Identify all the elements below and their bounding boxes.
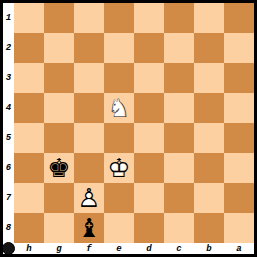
square-d8[interactable]: [134, 213, 164, 243]
file-label-g: g: [44, 243, 74, 254]
square-b6[interactable]: [194, 153, 224, 183]
square-d5[interactable]: [134, 123, 164, 153]
square-a4[interactable]: [224, 93, 254, 123]
square-e2[interactable]: [104, 33, 134, 63]
square-h2[interactable]: [14, 33, 44, 63]
black-king-icon: ♚: [44, 153, 74, 183]
square-d7[interactable]: [134, 183, 164, 213]
square-f8[interactable]: ♝: [74, 213, 104, 243]
file-label-a: a: [224, 243, 254, 254]
square-g7[interactable]: [44, 183, 74, 213]
square-e6[interactable]: ♚♔: [104, 153, 134, 183]
square-c7[interactable]: [164, 183, 194, 213]
square-d6[interactable]: [134, 153, 164, 183]
square-b3[interactable]: [194, 63, 224, 93]
square-f3[interactable]: [74, 63, 104, 93]
square-g3[interactable]: [44, 63, 74, 93]
rank-label-6: 6: [3, 153, 14, 183]
square-d1[interactable]: [134, 3, 164, 33]
rank-label-3: 3: [3, 63, 14, 93]
square-b7[interactable]: [194, 183, 224, 213]
square-a7[interactable]: [224, 183, 254, 213]
rank-label-4: 4: [3, 93, 14, 123]
square-d2[interactable]: [134, 33, 164, 63]
diagram-grid: 1234♞♘56♚♚♔7♟♙8♝hgfedcba: [3, 3, 254, 254]
square-a1[interactable]: [224, 3, 254, 33]
rank-label-7: 7: [3, 183, 14, 213]
square-f5[interactable]: [74, 123, 104, 153]
square-c6[interactable]: [164, 153, 194, 183]
square-a5[interactable]: [224, 123, 254, 153]
square-h7[interactable]: [14, 183, 44, 213]
file-label-e: e: [104, 243, 134, 254]
square-g5[interactable]: [44, 123, 74, 153]
square-h4[interactable]: [14, 93, 44, 123]
square-h6[interactable]: [14, 153, 44, 183]
square-a2[interactable]: [224, 33, 254, 63]
square-g8[interactable]: [44, 213, 74, 243]
square-h5[interactable]: [14, 123, 44, 153]
square-h1[interactable]: [14, 3, 44, 33]
file-label-b: b: [194, 243, 224, 254]
square-e7[interactable]: [104, 183, 134, 213]
square-f1[interactable]: [74, 3, 104, 33]
square-f2[interactable]: [74, 33, 104, 63]
square-h8[interactable]: [14, 213, 44, 243]
square-e5[interactable]: [104, 123, 134, 153]
square-d4[interactable]: [134, 93, 164, 123]
square-b1[interactable]: [194, 3, 224, 33]
white-king-icon: ♔: [104, 153, 134, 183]
square-a8[interactable]: [224, 213, 254, 243]
rank-label-2: 2: [3, 33, 14, 63]
square-e4[interactable]: ♞♘: [104, 93, 134, 123]
white-pawn-icon: ♙: [74, 183, 104, 213]
file-label-f: f: [74, 243, 104, 254]
square-b8[interactable]: [194, 213, 224, 243]
square-h3[interactable]: [14, 63, 44, 93]
square-e8[interactable]: [104, 213, 134, 243]
square-b4[interactable]: [194, 93, 224, 123]
square-f7[interactable]: ♟♙: [74, 183, 104, 213]
square-g4[interactable]: [44, 93, 74, 123]
square-f6[interactable]: [74, 153, 104, 183]
black-bishop-icon: ♝: [74, 213, 104, 243]
square-d3[interactable]: [134, 63, 164, 93]
square-g6[interactable]: ♚: [44, 153, 74, 183]
move-indicator-cell: [3, 243, 14, 254]
black-to-move-indicator: [2, 242, 15, 255]
square-c1[interactable]: [164, 3, 194, 33]
file-label-c: c: [164, 243, 194, 254]
square-c8[interactable]: [164, 213, 194, 243]
white-knight-icon: ♘: [104, 93, 134, 123]
square-g2[interactable]: [44, 33, 74, 63]
rank-label-8: 8: [3, 213, 14, 243]
rank-label-1: 1: [3, 3, 14, 33]
square-c5[interactable]: [164, 123, 194, 153]
square-c2[interactable]: [164, 33, 194, 63]
rank-label-5: 5: [3, 123, 14, 153]
square-c4[interactable]: [164, 93, 194, 123]
square-b5[interactable]: [194, 123, 224, 153]
square-c3[interactable]: [164, 63, 194, 93]
file-label-d: d: [134, 243, 164, 254]
square-a3[interactable]: [224, 63, 254, 93]
chess-diagram: 1234♞♘56♚♚♔7♟♙8♝hgfedcba: [0, 0, 257, 257]
square-g1[interactable]: [44, 3, 74, 33]
square-b2[interactable]: [194, 33, 224, 63]
square-f4[interactable]: [74, 93, 104, 123]
square-e1[interactable]: [104, 3, 134, 33]
file-label-h: h: [14, 243, 44, 254]
square-a6[interactable]: [224, 153, 254, 183]
square-e3[interactable]: [104, 63, 134, 93]
